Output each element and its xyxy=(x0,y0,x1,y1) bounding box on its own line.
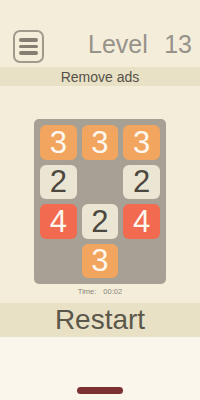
tile-4-r3c1[interactable]: 4 xyxy=(40,204,77,239)
restart-label: Restart xyxy=(55,304,145,336)
game-board: 333224243 xyxy=(34,119,166,284)
tile-4-r3c3[interactable]: 4 xyxy=(123,204,160,239)
hamburger-icon xyxy=(19,51,38,55)
tile-3-r1c2[interactable]: 3 xyxy=(82,125,119,160)
bottom-ad-handle xyxy=(77,387,123,394)
restart-button[interactable]: Restart xyxy=(0,303,200,337)
tile-3-r4c2[interactable]: 3 xyxy=(82,244,119,279)
level-value: 13 xyxy=(164,32,192,57)
time-value: 00:02 xyxy=(103,287,122,296)
level-label: Level xyxy=(88,32,148,57)
timer: Time: 00:02 xyxy=(0,287,200,296)
empty-cell-r4c3 xyxy=(123,244,160,279)
remove-ads-label: Remove ads xyxy=(61,69,140,85)
time-label: Time: xyxy=(78,287,96,296)
tile-2-r2c1[interactable]: 2 xyxy=(40,165,77,200)
level-indicator: Level 13 xyxy=(88,32,192,57)
empty-cell-r2c2 xyxy=(82,165,119,200)
hamburger-icon xyxy=(19,38,38,42)
hamburger-icon xyxy=(19,45,38,49)
tile-2-r2c3[interactable]: 2 xyxy=(123,165,160,200)
app-screen: Level 13 Remove ads 333224243 Time: 00:0… xyxy=(0,0,200,400)
tile-2-r3c2[interactable]: 2 xyxy=(82,204,119,239)
menu-button[interactable] xyxy=(13,30,44,63)
empty-cell-r4c1 xyxy=(40,244,77,279)
tile-3-r1c3[interactable]: 3 xyxy=(123,125,160,160)
tile-3-r1c1[interactable]: 3 xyxy=(40,125,77,160)
remove-ads-button[interactable]: Remove ads xyxy=(0,67,200,86)
